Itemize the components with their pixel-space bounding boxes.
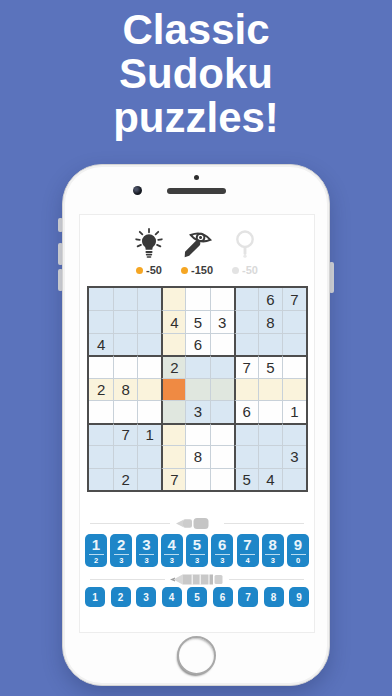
cell-r6c5[interactable]: 3: [185, 400, 209, 422]
cell-r7c9[interactable]: [282, 423, 306, 445]
cell-r6c8[interactable]: [258, 400, 282, 422]
pen-key-count: 3: [144, 556, 148, 565]
hint-cost: -50: [133, 264, 166, 276]
cell-r6c7[interactable]: 6: [234, 400, 258, 422]
pencil-numpad: 123456789: [85, 587, 309, 607]
cell-r8c4[interactable]: [161, 445, 185, 467]
cell-r2c3[interactable]: [137, 310, 161, 332]
cell-r2c5[interactable]: 5: [185, 310, 209, 332]
pen-key-2[interactable]: 23: [110, 534, 132, 567]
pen-key-4[interactable]: 43: [161, 534, 183, 567]
cell-r9c9[interactable]: [282, 468, 306, 490]
cell-r5c4[interactable]: [161, 378, 185, 400]
magnifier-icon: [229, 228, 261, 260]
pen-key-count: 3: [195, 556, 199, 565]
cell-r7c6[interactable]: [210, 423, 234, 445]
pen-key-digit: 5: [193, 537, 201, 553]
cell-r9c2[interactable]: 2: [113, 468, 137, 490]
sudoku-board: 674538462752836171832754: [87, 286, 308, 492]
cell-r9c1[interactable]: [89, 468, 113, 490]
cell-r1c8[interactable]: 6: [258, 288, 282, 310]
cell-r1c1[interactable]: [89, 288, 113, 310]
powerups-bar: -50 -150: [80, 228, 314, 276]
find-button[interactable]: -50: [229, 228, 262, 276]
find-cost: -50: [229, 264, 262, 276]
cell-r1c4[interactable]: [161, 288, 185, 310]
pen-key-count: 3: [119, 556, 123, 565]
cell-r1c9[interactable]: 7: [282, 288, 306, 310]
divider-line: [224, 523, 304, 524]
pen-key-8[interactable]: 83: [262, 534, 284, 567]
cell-r8c3[interactable]: [137, 445, 161, 467]
cell-r2c7[interactable]: [234, 310, 258, 332]
pen-key-1[interactable]: 12: [85, 534, 107, 567]
pen-numpad: 122333435363748390: [85, 534, 309, 567]
pen-key-count: 3: [220, 556, 224, 565]
pen-key-count: 3: [271, 556, 275, 565]
pen-key-digit: 8: [269, 537, 277, 553]
proximity-sensor-dot: [194, 175, 199, 180]
cell-r2c6[interactable]: 3: [210, 310, 234, 332]
cell-r7c3[interactable]: 1: [137, 423, 161, 445]
cell-r4c6[interactable]: [210, 355, 234, 377]
cell-r8c8[interactable]: [258, 445, 282, 467]
divider-line: [90, 523, 170, 524]
pen-icon[interactable]: [175, 517, 219, 530]
pen-key-count: 3: [170, 556, 174, 565]
cell-r3c6[interactable]: [210, 333, 234, 355]
key-divider-line: [164, 554, 179, 555]
cell-r1c3[interactable]: [137, 288, 161, 310]
cell-r5c3[interactable]: [137, 378, 161, 400]
key-divider-line: [240, 554, 255, 555]
cell-r3c7[interactable]: [234, 333, 258, 355]
home-button: [177, 636, 216, 675]
pen-key-6[interactable]: 63: [211, 534, 233, 567]
cell-r9c7[interactable]: 5: [234, 468, 258, 490]
pen-key-digit: 9: [294, 537, 302, 553]
title-line-2: Sudoku: [0, 52, 392, 96]
cell-r7c8[interactable]: [258, 423, 282, 445]
title-line-1: Classic: [0, 8, 392, 52]
pen-key-digit: 1: [92, 537, 100, 553]
pencil-mode-divider: [90, 572, 304, 586]
cell-r7c7[interactable]: [234, 423, 258, 445]
cell-r6c1[interactable]: [89, 400, 113, 422]
hint-cost-value: -50: [146, 264, 162, 276]
pencil-icon[interactable]: [170, 573, 224, 586]
pen-key-7[interactable]: 74: [237, 534, 259, 567]
pencil-key-6[interactable]: 6: [213, 587, 233, 607]
divider-line: [229, 579, 304, 580]
cell-r8c5[interactable]: 8: [185, 445, 209, 467]
cell-r2c4[interactable]: 4: [161, 310, 185, 332]
cell-r9c5[interactable]: [185, 468, 209, 490]
pen-key-count: 4: [245, 556, 249, 565]
find-cost-value: -50: [242, 264, 258, 276]
pencil-key-4[interactable]: 4: [162, 587, 182, 607]
cell-r8c9[interactable]: 3: [282, 445, 306, 467]
cell-r3c1[interactable]: 4: [89, 333, 113, 355]
pen-key-digit: 3: [142, 537, 150, 553]
cell-r4c7[interactable]: 7: [234, 355, 258, 377]
pencil-key-8[interactable]: 8: [264, 587, 284, 607]
cell-r3c3[interactable]: [137, 333, 161, 355]
coin-dot-icon: [136, 267, 143, 274]
cell-r7c4[interactable]: [161, 423, 185, 445]
cell-r9c6[interactable]: [210, 468, 234, 490]
cell-r2c8[interactable]: 8: [258, 310, 282, 332]
pen-key-count: 0: [296, 556, 300, 565]
phone-mockup: -50 -150: [62, 164, 330, 686]
cell-r1c7[interactable]: [234, 288, 258, 310]
cell-r8c1[interactable]: [89, 445, 113, 467]
page-title: Classic Sudoku puzzles!: [0, 8, 392, 140]
cell-r5c6[interactable]: [210, 378, 234, 400]
cell-r3c8[interactable]: [258, 333, 282, 355]
cell-r2c1[interactable]: [89, 310, 113, 332]
pencil-key-5[interactable]: 5: [187, 587, 207, 607]
cell-r3c9[interactable]: [282, 333, 306, 355]
cell-r5c1[interactable]: 2: [89, 378, 113, 400]
cell-r8c6[interactable]: [210, 445, 234, 467]
check-cost: -150: [181, 264, 214, 276]
earpiece-speaker: [167, 188, 226, 194]
pen-key-digit: 7: [243, 537, 251, 553]
pen-key-digit: 6: [218, 537, 226, 553]
key-divider-line: [114, 554, 129, 555]
cell-r5c7[interactable]: [234, 378, 258, 400]
pen-key-digit: 2: [117, 537, 125, 553]
cell-r7c5[interactable]: [185, 423, 209, 445]
cell-r1c2[interactable]: [113, 288, 137, 310]
coin-dot-icon: [181, 267, 188, 274]
cell-r5c5[interactable]: [185, 378, 209, 400]
pen-key-digit: 4: [168, 537, 176, 553]
cell-r9c3[interactable]: [137, 468, 161, 490]
cell-r3c4[interactable]: [161, 333, 185, 355]
cell-r4c4[interactable]: 2: [161, 355, 185, 377]
key-divider-line: [139, 554, 154, 555]
key-divider-line: [291, 554, 306, 555]
eye-pencil-icon: [181, 228, 213, 260]
app-screen: -50 -150: [79, 214, 315, 633]
cell-r1c5[interactable]: [185, 288, 209, 310]
cell-r5c2[interactable]: 8: [113, 378, 137, 400]
check-button[interactable]: -150: [181, 228, 214, 276]
pencil-key-1[interactable]: 1: [85, 587, 105, 607]
pen-key-count: 2: [94, 556, 98, 565]
cell-r7c1[interactable]: [89, 423, 113, 445]
cell-r5c9[interactable]: [282, 378, 306, 400]
pen-key-9[interactable]: 90: [287, 534, 309, 567]
coin-dot-icon: [232, 267, 239, 274]
hint-button[interactable]: -50: [133, 228, 166, 276]
pencil-key-2[interactable]: 2: [111, 587, 131, 607]
key-divider-line: [265, 554, 280, 555]
pencil-key-9[interactable]: 9: [289, 587, 309, 607]
pencil-key-3[interactable]: 3: [136, 587, 156, 607]
cell-r5c8[interactable]: [258, 378, 282, 400]
cell-r4c9[interactable]: [282, 355, 306, 377]
cell-r4c5[interactable]: [185, 355, 209, 377]
key-divider-line: [89, 554, 104, 555]
cell-r2c9[interactable]: [282, 310, 306, 332]
cell-r6c4[interactable]: [161, 400, 185, 422]
cell-r4c8[interactable]: 5: [258, 355, 282, 377]
pen-key-5[interactable]: 53: [186, 534, 208, 567]
pen-key-3[interactable]: 33: [136, 534, 158, 567]
cell-r6c6[interactable]: [210, 400, 234, 422]
cell-r6c3[interactable]: [137, 400, 161, 422]
cell-r4c1[interactable]: [89, 355, 113, 377]
key-divider-line: [190, 554, 205, 555]
cell-r3c5[interactable]: 6: [185, 333, 209, 355]
cell-r7c2[interactable]: 7: [113, 423, 137, 445]
cell-r8c7[interactable]: [234, 445, 258, 467]
cell-r6c2[interactable]: [113, 400, 137, 422]
cell-r9c8[interactable]: 4: [258, 468, 282, 490]
cell-r3c2[interactable]: [113, 333, 137, 355]
cell-r4c3[interactable]: [137, 355, 161, 377]
cell-r8c2[interactable]: [113, 445, 137, 467]
title-line-3: puzzles!: [0, 96, 392, 140]
divider-line: [90, 579, 165, 580]
cell-r6c9[interactable]: 1: [282, 400, 306, 422]
pen-mode-divider: [90, 516, 304, 530]
front-camera: [133, 186, 142, 195]
cell-r4c2[interactable]: [113, 355, 137, 377]
check-cost-value: -150: [191, 264, 213, 276]
cell-r9c4[interactable]: 7: [161, 468, 185, 490]
lightbulb-icon: [133, 228, 165, 260]
cell-r2c2[interactable]: [113, 310, 137, 332]
cell-r1c6[interactable]: [210, 288, 234, 310]
pencil-key-7[interactable]: 7: [238, 587, 258, 607]
key-divider-line: [215, 554, 230, 555]
